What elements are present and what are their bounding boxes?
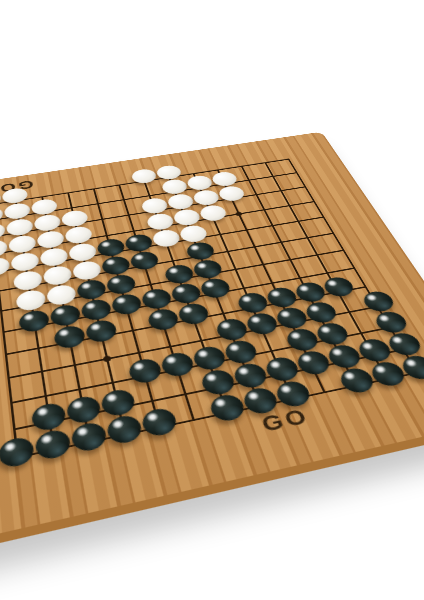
black-stone-r12c2[interactable] [31,401,68,433]
white-stone-r3c8[interactable] [166,193,196,211]
black-stone-r12c10[interactable] [294,349,334,377]
black-stone-r8c5[interactable] [110,292,143,316]
black-stone-r8c3[interactable] [49,303,82,328]
black-stone-r13c5[interactable] [140,406,179,438]
black-stone-r13c8[interactable] [241,386,281,417]
black-stone-r11c10[interactable] [283,327,321,353]
black-stone-r8c4[interactable] [80,298,113,322]
black-stone-r12c13[interactable] [385,331,424,358]
black-stone-r8c8[interactable] [198,277,232,300]
black-stone-r11c5[interactable] [127,357,164,385]
black-stone-r11c11[interactable] [313,321,352,347]
black-stone-r12c4[interactable] [100,387,137,418]
black-stone-r8c7[interactable] [169,282,203,305]
black-stone-r8c2[interactable] [18,309,50,334]
black-stone-r11c7[interactable] [191,344,228,372]
white-stone-r4c9[interactable] [198,204,229,223]
white-stone-r2c10[interactable] [210,171,239,188]
white-stone-r4c4[interactable] [64,225,94,245]
white-stone-r1c2[interactable] [2,187,29,205]
board-scene: GO GO [0,0,424,600]
black-stone-r5c6[interactable] [124,233,155,253]
white-stone-r7c3[interactable] [46,283,78,307]
black-stone-r9c10[interactable] [264,286,300,310]
white-stone-r3c10[interactable] [217,185,247,203]
black-stone-r7c7[interactable] [163,263,196,285]
product-photo-frame: GO GO [0,0,424,600]
white-stone-r1c1[interactable] [0,191,2,209]
black-stone-r11c8[interactable] [222,338,260,365]
white-stone-r2c8[interactable] [160,178,189,195]
black-stone-r11c6[interactable] [159,351,196,379]
white-stone-r3c9[interactable] [191,189,221,207]
black-stone-r7c8[interactable] [191,258,224,280]
white-stone-r2c2[interactable] [4,202,32,221]
white-stone-r1c7[interactable] [130,168,158,185]
go-board[interactable]: GO GO [0,132,424,556]
white-stone-r3c1[interactable] [0,222,6,242]
white-stone-r3c3[interactable] [33,213,62,232]
white-stone-r3c7[interactable] [140,197,170,215]
black-stone-r13c3[interactable] [70,420,108,453]
black-stone-r7c4[interactable] [76,278,108,301]
white-stone-r2c3[interactable] [31,198,59,216]
black-stone-r13c4[interactable] [105,413,144,446]
black-stone-r12c3[interactable] [65,394,102,425]
black-stone-r13c2[interactable] [34,428,72,462]
black-stone-r11c13[interactable] [372,310,411,335]
black-stone-r13c7[interactable] [208,392,248,423]
black-stone-r12c7[interactable] [199,368,238,397]
white-stone-r4c7[interactable] [145,212,175,231]
black-stone-r10c9[interactable] [244,311,281,336]
white-stone-r1c8[interactable] [155,164,183,181]
white-stone-r7c2[interactable] [15,288,46,312]
white-stone-r4c3[interactable] [36,230,65,250]
black-stone-r12c8[interactable] [231,361,270,390]
black-stone-r13c1[interactable] [0,435,35,469]
white-stone-r6c3[interactable] [42,264,73,286]
black-stone-r10c13[interactable] [360,290,398,314]
stones-layer [0,132,424,545]
